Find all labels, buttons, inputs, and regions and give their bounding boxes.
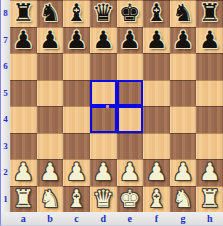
square-c2[interactable]: ♟ — [63, 159, 90, 186]
piece-black-knight[interactable]: ♞ — [37, 0, 64, 27]
square-g6[interactable] — [170, 53, 197, 80]
square-b3[interactable] — [37, 133, 64, 160]
square-b1[interactable]: ♞ — [37, 186, 64, 213]
square-b8[interactable]: ♞ — [37, 0, 64, 27]
square-d8[interactable]: ♛ — [90, 0, 117, 27]
file-label-h: h — [196, 212, 223, 225]
square-g3[interactable] — [170, 133, 197, 160]
piece-white-king[interactable]: ♚ — [117, 186, 144, 213]
piece-white-rook[interactable]: ♜ — [196, 186, 223, 213]
square-c4[interactable] — [63, 106, 90, 133]
square-a7[interactable]: ♟ — [10, 27, 37, 54]
square-c8[interactable]: ♝ — [63, 0, 90, 27]
square-e8[interactable]: ♚ — [117, 0, 144, 27]
chess-board[interactable]: ♜♞♝♛♚♝♞♜♟♟♟♟♟♟♟♟♟♟♟♟♟♟♟♟♜♞♝♛♚♝♞♜ — [10, 0, 223, 212]
square-e1[interactable]: ♚ — [117, 186, 144, 213]
piece-white-pawn[interactable]: ♟ — [37, 159, 64, 186]
square-c1[interactable]: ♝ — [63, 186, 90, 213]
square-f4[interactable] — [143, 106, 170, 133]
square-a1[interactable]: ♜ — [10, 186, 37, 213]
piece-white-queen[interactable]: ♛ — [90, 186, 117, 213]
square-b6[interactable] — [37, 53, 64, 80]
piece-white-pawn[interactable]: ♟ — [143, 159, 170, 186]
piece-white-bishop[interactable]: ♝ — [63, 186, 90, 213]
piece-black-bishop[interactable]: ♝ — [63, 0, 90, 27]
square-g7[interactable]: ♟ — [170, 27, 197, 54]
rank-label-6: 6 — [1, 53, 10, 80]
square-e4[interactable] — [117, 106, 144, 133]
square-c5[interactable] — [63, 80, 90, 107]
file-label-b: b — [37, 212, 64, 225]
piece-white-pawn[interactable]: ♟ — [10, 159, 37, 186]
piece-white-pawn[interactable]: ♟ — [170, 159, 197, 186]
piece-black-king[interactable]: ♚ — [117, 0, 144, 27]
square-f1[interactable]: ♝ — [143, 186, 170, 213]
square-f3[interactable] — [143, 133, 170, 160]
square-a3[interactable] — [10, 133, 37, 160]
square-h2[interactable]: ♟ — [196, 159, 223, 186]
rank-labels: 87654321 — [1, 0, 10, 212]
piece-black-pawn[interactable]: ♟ — [170, 27, 197, 54]
square-g1[interactable]: ♞ — [170, 186, 197, 213]
square-b5[interactable] — [37, 80, 64, 107]
square-d7[interactable]: ♟ — [90, 27, 117, 54]
piece-black-pawn[interactable]: ♟ — [196, 27, 223, 54]
square-h6[interactable] — [196, 53, 223, 80]
rank-label-4: 4 — [1, 106, 10, 133]
rank-label-7: 7 — [1, 27, 10, 54]
square-g8[interactable]: ♞ — [170, 0, 197, 27]
file-label-g: g — [170, 212, 197, 225]
square-h5[interactable] — [196, 80, 223, 107]
highlight-center-dot — [106, 105, 109, 108]
piece-black-pawn[interactable]: ♟ — [63, 27, 90, 54]
square-d6[interactable] — [90, 53, 117, 80]
rank-label-2: 2 — [1, 159, 10, 186]
square-d3[interactable] — [90, 133, 117, 160]
chess-widget: 87654321 ♜♞♝♛♚♝♞♜♟♟♟♟♟♟♟♟♟♟♟♟♟♟♟♟♜♞♝♛♚♝♞… — [0, 0, 223, 226]
square-g5[interactable] — [170, 80, 197, 107]
file-label-e: e — [117, 212, 144, 225]
square-d1[interactable]: ♛ — [90, 186, 117, 213]
square-b4[interactable] — [37, 106, 64, 133]
piece-black-pawn[interactable]: ♟ — [37, 27, 64, 54]
file-label-a: a — [10, 212, 37, 225]
square-h8[interactable]: ♜ — [196, 0, 223, 27]
square-b2[interactable]: ♟ — [37, 159, 64, 186]
square-g2[interactable]: ♟ — [170, 159, 197, 186]
rank-label-1: 1 — [1, 186, 10, 213]
rank-label-8: 8 — [1, 0, 10, 27]
piece-black-pawn[interactable]: ♟ — [10, 27, 37, 54]
square-a5[interactable] — [10, 80, 37, 107]
square-c6[interactable] — [63, 53, 90, 80]
square-d2[interactable]: ♟ — [90, 159, 117, 186]
rank-label-3: 3 — [1, 133, 10, 160]
square-h1[interactable]: ♜ — [196, 186, 223, 213]
square-d5[interactable] — [90, 80, 117, 107]
square-d4[interactable] — [90, 106, 117, 133]
piece-white-pawn[interactable]: ♟ — [90, 159, 117, 186]
piece-white-knight[interactable]: ♞ — [37, 186, 64, 213]
rank-label-5: 5 — [1, 80, 10, 107]
square-a6[interactable] — [10, 53, 37, 80]
piece-black-queen[interactable]: ♛ — [90, 0, 117, 27]
square-h3[interactable] — [196, 133, 223, 160]
piece-black-pawn[interactable]: ♟ — [117, 27, 144, 54]
piece-black-pawn[interactable]: ♟ — [90, 27, 117, 54]
piece-white-knight[interactable]: ♞ — [170, 186, 197, 213]
square-a2[interactable]: ♟ — [10, 159, 37, 186]
square-f2[interactable]: ♟ — [143, 159, 170, 186]
square-c3[interactable] — [63, 133, 90, 160]
piece-black-rook[interactable]: ♜ — [196, 0, 223, 27]
square-f6[interactable] — [143, 53, 170, 80]
piece-white-pawn[interactable]: ♟ — [117, 159, 144, 186]
square-f7[interactable]: ♟ — [143, 27, 170, 54]
piece-black-pawn[interactable]: ♟ — [143, 27, 170, 54]
square-c7[interactable]: ♟ — [63, 27, 90, 54]
square-b7[interactable]: ♟ — [37, 27, 64, 54]
square-e7[interactable]: ♟ — [117, 27, 144, 54]
piece-white-bishop[interactable]: ♝ — [143, 186, 170, 213]
piece-white-pawn[interactable]: ♟ — [63, 159, 90, 186]
file-label-d: d — [90, 212, 117, 225]
piece-black-rook[interactable]: ♜ — [10, 0, 37, 27]
square-f8[interactable]: ♝ — [143, 0, 170, 27]
square-e3[interactable] — [117, 133, 144, 160]
square-e5[interactable] — [117, 80, 144, 107]
file-labels: abcdefgh — [1, 212, 223, 225]
square-a8[interactable]: ♜ — [10, 0, 37, 27]
piece-white-pawn[interactable]: ♟ — [196, 159, 223, 186]
square-g4[interactable] — [170, 106, 197, 133]
square-a4[interactable] — [10, 106, 37, 133]
square-f5[interactable] — [143, 80, 170, 107]
file-label-f: f — [143, 212, 170, 225]
piece-black-knight[interactable]: ♞ — [170, 0, 197, 27]
square-e2[interactable]: ♟ — [117, 159, 144, 186]
piece-black-bishop[interactable]: ♝ — [143, 0, 170, 27]
square-h7[interactable]: ♟ — [196, 27, 223, 54]
square-e6[interactable] — [117, 53, 144, 80]
square-h4[interactable] — [196, 106, 223, 133]
file-label-c: c — [63, 212, 90, 225]
piece-white-rook[interactable]: ♜ — [10, 186, 37, 213]
